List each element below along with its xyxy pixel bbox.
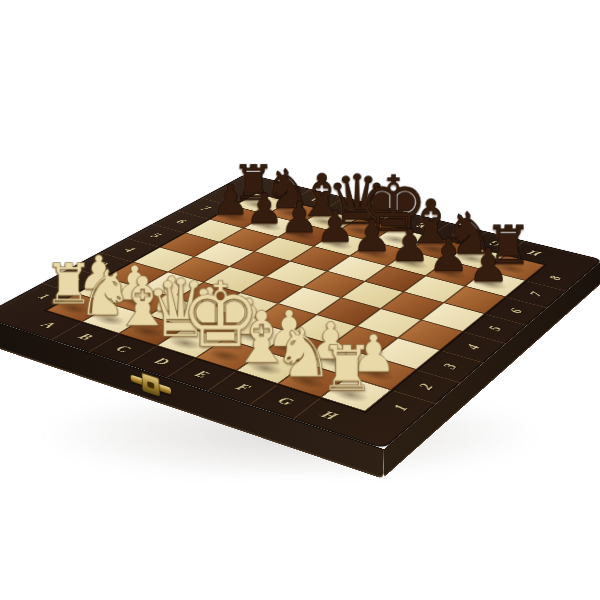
coordinate-label: A [38, 320, 59, 330]
coordinate-label: 3 [439, 362, 461, 371]
piece-black-pawn[interactable]: ♟ [388, 224, 432, 268]
coordinate-label: D [151, 356, 173, 367]
coordinate-label: 6 [506, 307, 526, 315]
coordinate-label: G [274, 395, 297, 407]
square-f5[interactable] [341, 281, 403, 308]
coordinate-label: B [75, 332, 96, 342]
coordinate-label: 4 [462, 343, 483, 351]
coordinate-label: 7 [526, 290, 546, 297]
coordinate-label: 5 [148, 232, 164, 239]
coordinate-label: 2 [415, 382, 437, 391]
coordinate-label: 6 [173, 218, 189, 225]
piece-white-rook[interactable]: ♜ [321, 349, 373, 401]
coordinate-label: 5 [485, 325, 506, 333]
scene: ABCDEFGH ABCDEFGH 87654321 87654321 ♜♞♝♛… [0, 0, 600, 600]
coordinate-label: E [191, 369, 212, 380]
coordinate-label: F [232, 382, 254, 394]
photo-backdrop: ABCDEFGH ABCDEFGH 87654321 87654321 ♜♞♝♛… [0, 0, 600, 600]
coordinate-label: 4 [121, 246, 138, 254]
board-frame: ABCDEFGH ABCDEFGH 87654321 87654321 ♜♞♝♛… [0, 174, 600, 450]
piece-black-pawn[interactable]: ♟ [426, 233, 471, 278]
coordinate-label: 1 [389, 403, 412, 413]
coordinate-label: 8 [546, 274, 566, 281]
coordinate-label: C [112, 344, 133, 354]
piece-black-pawn[interactable]: ♟ [466, 243, 511, 288]
coordinate-label: H [318, 409, 342, 422]
chess-board: ABCDEFGH ABCDEFGH 87654321 87654321 ♜♞♝♛… [0, 174, 600, 450]
